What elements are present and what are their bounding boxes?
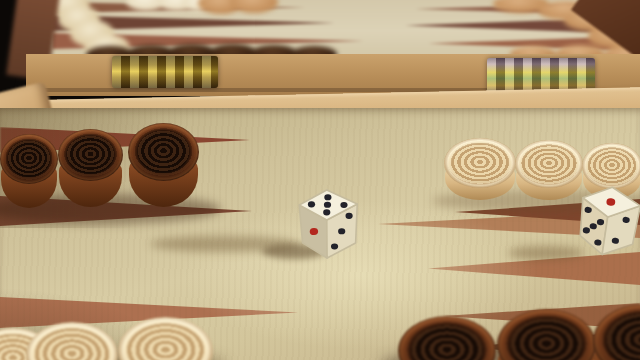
backgammon-board-photo (0, 0, 640, 360)
right-die (568, 181, 640, 265)
dice (0, 0, 640, 360)
center-die (291, 187, 366, 265)
